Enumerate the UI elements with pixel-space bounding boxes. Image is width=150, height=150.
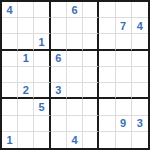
cell-r4c1-empty[interactable]	[2, 51, 18, 67]
cell-r6c2-given: 2	[18, 83, 34, 99]
cell-r3c7-empty[interactable]	[99, 34, 115, 50]
cell-r7c8-empty[interactable]	[116, 99, 132, 115]
cell-r4c2-given: 1	[18, 51, 34, 67]
cell-r3c5-empty[interactable]	[67, 34, 83, 50]
cell-r2c4-empty[interactable]	[51, 18, 67, 34]
cell-r9c3-empty[interactable]	[34, 132, 50, 148]
cell-r9c8-empty[interactable]	[116, 132, 132, 148]
cell-r5c8-empty[interactable]	[116, 67, 132, 83]
cell-r9c5-given: 4	[67, 132, 83, 148]
cell-r2c3-empty[interactable]	[34, 18, 50, 34]
cell-r3c3-given: 1	[34, 34, 50, 50]
cell-r6c6-empty[interactable]	[83, 83, 99, 99]
cell-r3c9-empty[interactable]	[132, 34, 148, 50]
cell-r3c1-empty[interactable]	[2, 34, 18, 50]
cell-r7c6-empty[interactable]	[83, 99, 99, 115]
cell-r8c4-empty[interactable]	[51, 116, 67, 132]
cell-r4c6-empty[interactable]	[83, 51, 99, 67]
cell-r1c5-given: 6	[67, 2, 83, 18]
cell-r5c6-empty[interactable]	[83, 67, 99, 83]
cell-r7c9-empty[interactable]	[132, 99, 148, 115]
cell-r5c9-empty[interactable]	[132, 67, 148, 83]
cell-r1c4-empty[interactable]	[51, 2, 67, 18]
cell-r2c9-given: 4	[132, 18, 148, 34]
cell-r7c4-empty[interactable]	[51, 99, 67, 115]
cell-r8c2-empty[interactable]	[18, 116, 34, 132]
cell-r2c8-given: 7	[116, 18, 132, 34]
cell-r1c7-empty[interactable]	[99, 2, 115, 18]
cell-r6c4-given: 3	[51, 83, 67, 99]
cell-r4c4-given: 6	[51, 51, 67, 67]
cell-r4c8-empty[interactable]	[116, 51, 132, 67]
cell-r1c1-given: 4	[2, 2, 18, 18]
cell-r5c2-empty[interactable]	[18, 67, 34, 83]
cell-r8c6-empty[interactable]	[83, 116, 99, 132]
cell-r8c5-empty[interactable]	[67, 116, 83, 132]
cell-r1c6-empty[interactable]	[83, 2, 99, 18]
cell-r8c8-given: 9	[116, 116, 132, 132]
cell-r3c6-empty[interactable]	[83, 34, 99, 50]
cell-r5c4-empty[interactable]	[51, 67, 67, 83]
cell-r7c3-given: 5	[34, 99, 50, 115]
cell-r3c4-empty[interactable]	[51, 34, 67, 50]
cell-r4c7-empty[interactable]	[99, 51, 115, 67]
cell-r5c1-empty[interactable]	[2, 67, 18, 83]
cell-r8c3-empty[interactable]	[34, 116, 50, 132]
cell-r4c5-empty[interactable]	[67, 51, 83, 67]
cell-r1c2-empty[interactable]	[18, 2, 34, 18]
sudoku-board: 46741162359314	[0, 0, 150, 150]
cell-r2c2-empty[interactable]	[18, 18, 34, 34]
cell-r6c8-empty[interactable]	[116, 83, 132, 99]
cell-r9c4-empty[interactable]	[51, 132, 67, 148]
cell-r3c2-empty[interactable]	[18, 34, 34, 50]
cell-r7c2-empty[interactable]	[18, 99, 34, 115]
cell-r4c9-empty[interactable]	[132, 51, 148, 67]
cell-r9c7-empty[interactable]	[99, 132, 115, 148]
cell-r9c6-empty[interactable]	[83, 132, 99, 148]
cell-r2c7-empty[interactable]	[99, 18, 115, 34]
cell-r9c1-given: 1	[2, 132, 18, 148]
cell-r2c1-empty[interactable]	[2, 18, 18, 34]
cell-r1c3-empty[interactable]	[34, 2, 50, 18]
cell-r6c1-empty[interactable]	[2, 83, 18, 99]
cell-r1c9-empty[interactable]	[132, 2, 148, 18]
cell-r7c1-empty[interactable]	[2, 99, 18, 115]
cell-r9c2-empty[interactable]	[18, 132, 34, 148]
cell-r2c6-empty[interactable]	[83, 18, 99, 34]
cell-r8c7-empty[interactable]	[99, 116, 115, 132]
cell-r8c1-empty[interactable]	[2, 116, 18, 132]
cell-r4c3-empty[interactable]	[34, 51, 50, 67]
cell-r2c5-empty[interactable]	[67, 18, 83, 34]
cell-r6c3-empty[interactable]	[34, 83, 50, 99]
cell-r6c5-empty[interactable]	[67, 83, 83, 99]
cell-r5c7-empty[interactable]	[99, 67, 115, 83]
cell-r5c5-empty[interactable]	[67, 67, 83, 83]
cell-r7c5-empty[interactable]	[67, 99, 83, 115]
cell-r3c8-empty[interactable]	[116, 34, 132, 50]
cell-r1c8-empty[interactable]	[116, 2, 132, 18]
cell-r6c7-empty[interactable]	[99, 83, 115, 99]
cell-r6c9-empty[interactable]	[132, 83, 148, 99]
cell-r9c9-empty[interactable]	[132, 132, 148, 148]
cell-r7c7-empty[interactable]	[99, 99, 115, 115]
cell-r5c3-empty[interactable]	[34, 67, 50, 83]
cell-r8c9-given: 3	[132, 116, 148, 132]
